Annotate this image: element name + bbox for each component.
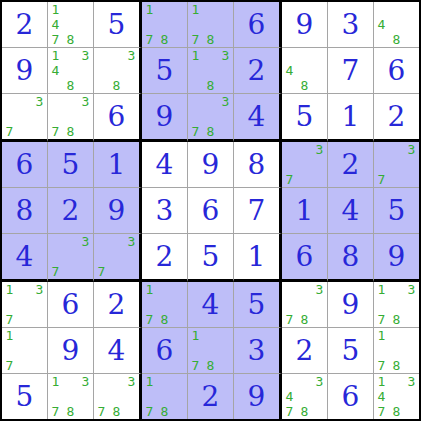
candidate-7: 7 — [142, 312, 157, 327]
candidate-8: 8 — [389, 32, 404, 47]
cell-r4c1[interactable]: 6 — [2, 142, 48, 188]
cell-value: 6 — [2, 142, 47, 187]
cell-value: 4 — [188, 282, 233, 327]
candidate-grid: 1378 — [48, 374, 93, 419]
cell-r5c9[interactable]: 5 — [374, 188, 419, 234]
cell-r7c2[interactable]: 6 — [48, 282, 94, 328]
cell-value: 5 — [188, 234, 233, 279]
cell-r6c5[interactable]: 5 — [188, 234, 234, 282]
cell-r1c9[interactable]: 48 — [374, 2, 419, 48]
cell-r8c4[interactable]: 6 — [142, 328, 188, 374]
cell-value: 6 — [48, 282, 93, 327]
candidate-grid: 13478 — [374, 374, 419, 419]
cell-r3c9[interactable]: 2 — [374, 94, 419, 142]
candidate-grid: 178 — [142, 282, 187, 327]
candidate-7: 7 — [188, 124, 203, 139]
cell-r9c6[interactable]: 9 — [234, 374, 282, 419]
cell-value: 5 — [328, 328, 373, 373]
cell-value: 5 — [94, 2, 139, 47]
candidate-3: 3 — [404, 142, 419, 157]
candidate-7: 7 — [2, 358, 17, 373]
candidate-7: 7 — [374, 312, 389, 327]
cell-r8c1[interactable]: 17 — [2, 328, 48, 374]
cell-r3c4[interactable]: 9 — [142, 94, 188, 142]
candidate-7: 7 — [48, 124, 63, 139]
cell-value: 9 — [142, 94, 187, 139]
candidate-3: 3 — [404, 374, 419, 389]
cell-r1c5[interactable]: 178 — [188, 2, 234, 48]
candidate-1: 1 — [188, 48, 203, 63]
candidate-grid: 137 — [2, 282, 47, 327]
candidate-grid: 378 — [188, 94, 233, 139]
candidate-4: 4 — [374, 17, 389, 32]
candidate-3: 3 — [124, 234, 139, 249]
candidate-3: 3 — [312, 374, 327, 389]
cell-r3c5[interactable]: 378 — [188, 94, 234, 142]
cell-r8c6[interactable]: 3 — [234, 328, 282, 374]
cell-value: 2 — [188, 374, 233, 419]
candidate-7: 7 — [282, 172, 297, 187]
cell-value: 2 — [142, 234, 187, 279]
candidate-grid: 48 — [282, 48, 327, 93]
candidate-grid: 37 — [94, 234, 139, 279]
cell-r2c9[interactable]: 6 — [374, 48, 419, 94]
cell-value: 9 — [2, 48, 47, 93]
cell-r2c7[interactable]: 48 — [282, 48, 328, 94]
candidate-8: 8 — [203, 32, 218, 47]
cell-r4c8[interactable]: 2 — [328, 142, 374, 188]
cell-r2c5[interactable]: 138 — [188, 48, 234, 94]
cell-r9c7[interactable]: 3478 — [282, 374, 328, 419]
cell-r4c3[interactable]: 1 — [94, 142, 142, 188]
candidate-3: 3 — [218, 94, 233, 109]
cell-r3c3[interactable]: 6 — [94, 94, 142, 142]
candidate-grid: 37 — [2, 94, 47, 139]
cell-r5c6[interactable]: 7 — [234, 188, 282, 234]
candidate-grid: 37 — [282, 142, 327, 187]
cell-r9c3[interactable]: 378 — [94, 374, 142, 419]
cell-value: 5 — [142, 48, 187, 93]
cell-r5c4[interactable]: 3 — [142, 188, 188, 234]
cell-r7c9[interactable]: 1378 — [374, 282, 419, 328]
candidate-grid: 178 — [188, 328, 233, 373]
cell-r8c2[interactable]: 9 — [48, 328, 94, 374]
cell-value: 6 — [94, 94, 139, 139]
candidate-grid: 37 — [48, 234, 93, 279]
candidate-8: 8 — [63, 32, 78, 47]
cell-r9c9[interactable]: 13478 — [374, 374, 419, 419]
cell-value: 5 — [282, 94, 327, 139]
cell-value: 9 — [94, 188, 139, 233]
sudoku-board: 2147851781786934891348385138248763737869… — [0, 0, 421, 421]
candidate-7: 7 — [142, 32, 157, 47]
cell-value: 7 — [234, 188, 279, 233]
candidate-4: 4 — [282, 63, 297, 78]
candidate-8: 8 — [63, 124, 78, 139]
cell-value: 8 — [328, 234, 373, 279]
cell-r9c5[interactable]: 2 — [188, 374, 234, 419]
cell-r8c3[interactable]: 4 — [94, 328, 142, 374]
cell-r5c5[interactable]: 6 — [188, 188, 234, 234]
candidate-7: 7 — [2, 124, 17, 139]
candidate-1: 1 — [48, 2, 63, 17]
candidate-1: 1 — [48, 374, 63, 389]
candidate-7: 7 — [48, 404, 63, 419]
cell-r4c7[interactable]: 37 — [282, 142, 328, 188]
cell-value: 2 — [2, 2, 47, 47]
candidate-1: 1 — [2, 328, 17, 343]
candidate-grid: 48 — [374, 2, 419, 47]
cell-r1c6[interactable]: 6 — [234, 2, 282, 48]
cell-value: 4 — [94, 328, 139, 373]
candidate-grid: 178 — [374, 328, 419, 373]
candidate-8: 8 — [109, 78, 124, 93]
cell-value: 3 — [142, 188, 187, 233]
candidate-8: 8 — [109, 404, 124, 419]
cell-value: 9 — [48, 328, 93, 373]
cell-r5c8[interactable]: 4 — [328, 188, 374, 234]
cell-r8c7[interactable]: 2 — [282, 328, 328, 374]
candidate-3: 3 — [78, 374, 93, 389]
candidate-8: 8 — [389, 404, 404, 419]
cell-value: 2 — [94, 282, 139, 327]
cell-value: 6 — [188, 188, 233, 233]
candidate-8: 8 — [203, 124, 218, 139]
candidate-7: 7 — [142, 404, 157, 419]
cell-r4c9[interactable]: 37 — [374, 142, 419, 188]
cell-r9c2[interactable]: 1378 — [48, 374, 94, 419]
cell-r5c1[interactable]: 8 — [2, 188, 48, 234]
candidate-7: 7 — [188, 32, 203, 47]
cell-r3c2[interactable]: 378 — [48, 94, 94, 142]
cell-r7c5[interactable]: 4 — [188, 282, 234, 328]
cell-r8c8[interactable]: 5 — [328, 328, 374, 374]
cell-r6c3[interactable]: 37 — [94, 234, 142, 282]
candidate-3: 3 — [218, 48, 233, 63]
candidate-8: 8 — [389, 358, 404, 373]
cell-r5c2[interactable]: 2 — [48, 188, 94, 234]
candidate-grid: 37 — [374, 142, 419, 187]
candidate-8: 8 — [63, 404, 78, 419]
cell-value: 4 — [328, 188, 373, 233]
cell-r7c4[interactable]: 178 — [142, 282, 188, 328]
candidate-4: 4 — [48, 63, 63, 78]
candidate-1: 1 — [374, 374, 389, 389]
candidate-8: 8 — [157, 312, 172, 327]
candidate-1: 1 — [142, 374, 157, 389]
candidate-3: 3 — [78, 48, 93, 63]
cell-value: 5 — [2, 374, 47, 419]
candidate-grid: 378 — [282, 282, 327, 327]
cell-r2c4[interactable]: 5 — [142, 48, 188, 94]
candidate-8: 8 — [203, 78, 218, 93]
cell-r4c5[interactable]: 9 — [188, 142, 234, 188]
candidate-7: 7 — [374, 404, 389, 419]
cell-r9c4[interactable]: 178 — [142, 374, 188, 419]
candidate-1: 1 — [48, 48, 63, 63]
cell-r2c2[interactable]: 1348 — [48, 48, 94, 94]
cell-r3c8[interactable]: 1 — [328, 94, 374, 142]
candidate-3: 3 — [312, 142, 327, 157]
cell-value: 4 — [2, 234, 47, 279]
candidate-grid: 138 — [188, 48, 233, 93]
cell-r6c7[interactable]: 6 — [282, 234, 328, 282]
candidate-grid: 17 — [2, 328, 47, 373]
cell-value: 1 — [94, 142, 139, 187]
cell-r8c9[interactable]: 178 — [374, 328, 419, 374]
cell-r7c3[interactable]: 2 — [94, 282, 142, 328]
cell-value: 9 — [328, 282, 373, 327]
candidate-3: 3 — [124, 374, 139, 389]
cell-r2c3[interactable]: 38 — [94, 48, 142, 94]
cell-value: 2 — [48, 188, 93, 233]
cell-r3c6[interactable]: 4 — [234, 94, 282, 142]
candidate-3: 3 — [404, 282, 419, 297]
cell-value: 8 — [234, 142, 279, 187]
candidate-7: 7 — [2, 312, 17, 327]
cell-r9c8[interactable]: 6 — [328, 374, 374, 419]
cell-value: 5 — [48, 142, 93, 187]
cell-value: 5 — [374, 188, 419, 233]
candidate-grid: 178 — [142, 2, 187, 47]
cell-value: 2 — [282, 328, 327, 373]
cell-r1c3[interactable]: 5 — [94, 2, 142, 48]
candidate-8: 8 — [297, 312, 312, 327]
cell-value: 8 — [2, 188, 47, 233]
cell-r1c1[interactable]: 2 — [2, 2, 48, 48]
cell-value: 2 — [234, 48, 279, 93]
candidate-1: 1 — [142, 282, 157, 297]
cell-r1c2[interactable]: 1478 — [48, 2, 94, 48]
candidate-8: 8 — [203, 358, 218, 373]
candidate-8: 8 — [389, 312, 404, 327]
cell-value: 1 — [328, 94, 373, 139]
candidate-grid: 378 — [48, 94, 93, 139]
candidate-grid: 38 — [94, 48, 139, 93]
cell-value: 4 — [234, 94, 279, 139]
candidate-4: 4 — [48, 17, 63, 32]
cell-r1c7[interactable]: 9 — [282, 2, 328, 48]
candidate-grid: 178 — [188, 2, 233, 47]
candidate-7: 7 — [374, 172, 389, 187]
candidate-7: 7 — [94, 404, 109, 419]
candidate-4: 4 — [374, 389, 389, 404]
candidate-1: 1 — [188, 328, 203, 343]
cell-value: 5 — [234, 282, 279, 327]
candidate-8: 8 — [157, 32, 172, 47]
cell-r7c8[interactable]: 9 — [328, 282, 374, 328]
candidate-3: 3 — [32, 282, 47, 297]
cell-r6c9[interactable]: 9 — [374, 234, 419, 282]
cell-r8c5[interactable]: 178 — [188, 328, 234, 374]
candidate-3: 3 — [32, 94, 47, 109]
candidate-3: 3 — [312, 282, 327, 297]
candidate-8: 8 — [63, 78, 78, 93]
cell-value: 7 — [328, 48, 373, 93]
cell-r4c6[interactable]: 8 — [234, 142, 282, 188]
cell-r7c7[interactable]: 378 — [282, 282, 328, 328]
cell-r9c1[interactable]: 5 — [2, 374, 48, 419]
candidate-1: 1 — [188, 2, 203, 17]
cell-r1c8[interactable]: 3 — [328, 2, 374, 48]
cell-r5c7[interactable]: 1 — [282, 188, 328, 234]
candidate-7: 7 — [48, 264, 63, 279]
cell-value: 9 — [282, 2, 327, 47]
cell-r6c1[interactable]: 4 — [2, 234, 48, 282]
candidate-grid: 178 — [142, 374, 187, 419]
cell-r2c1[interactable]: 9 — [2, 48, 48, 94]
candidate-1: 1 — [374, 328, 389, 343]
cell-r7c6[interactable]: 5 — [234, 282, 282, 328]
cell-r3c1[interactable]: 37 — [2, 94, 48, 142]
candidate-7: 7 — [374, 358, 389, 373]
cell-r1c4[interactable]: 178 — [142, 2, 188, 48]
cell-value: 3 — [328, 2, 373, 47]
cell-r6c6[interactable]: 1 — [234, 234, 282, 282]
cell-value: 9 — [234, 374, 279, 419]
cell-value: 6 — [374, 48, 419, 93]
candidate-8: 8 — [297, 404, 312, 419]
candidate-7: 7 — [282, 312, 297, 327]
cell-value: 3 — [234, 328, 279, 373]
candidate-7: 7 — [188, 358, 203, 373]
cell-r6c2[interactable]: 37 — [48, 234, 94, 282]
cell-value: 6 — [328, 374, 373, 419]
candidate-3: 3 — [78, 94, 93, 109]
cell-r4c4[interactable]: 4 — [142, 142, 188, 188]
cell-r3c7[interactable]: 5 — [282, 94, 328, 142]
candidate-1: 1 — [142, 2, 157, 17]
cell-value: 6 — [142, 328, 187, 373]
cell-r2c6[interactable]: 2 — [234, 48, 282, 94]
candidate-8: 8 — [157, 404, 172, 419]
candidate-3: 3 — [78, 234, 93, 249]
cell-value: 6 — [282, 234, 327, 279]
cell-r5c3[interactable]: 9 — [94, 188, 142, 234]
candidate-8: 8 — [297, 78, 312, 93]
cell-value: 1 — [282, 188, 327, 233]
candidate-3: 3 — [124, 48, 139, 63]
cell-r6c4[interactable]: 2 — [142, 234, 188, 282]
candidate-grid: 1478 — [48, 2, 93, 47]
cell-value: 9 — [374, 234, 419, 279]
candidate-grid: 1378 — [374, 282, 419, 327]
cell-r2c8[interactable]: 7 — [328, 48, 374, 94]
cell-r7c1[interactable]: 137 — [2, 282, 48, 328]
candidate-1: 1 — [374, 282, 389, 297]
candidate-1: 1 — [2, 282, 17, 297]
cell-value: 9 — [188, 142, 233, 187]
candidate-grid: 1348 — [48, 48, 93, 93]
candidate-grid: 3478 — [282, 374, 327, 419]
cell-value: 6 — [234, 2, 279, 47]
cell-value: 1 — [234, 234, 279, 279]
candidate-4: 4 — [282, 389, 297, 404]
candidate-7: 7 — [282, 404, 297, 419]
cell-r6c8[interactable]: 8 — [328, 234, 374, 282]
candidate-7: 7 — [48, 32, 63, 47]
cell-r4c2[interactable]: 5 — [48, 142, 94, 188]
cell-value: 4 — [142, 142, 187, 187]
candidate-7: 7 — [94, 264, 109, 279]
cell-value: 2 — [374, 94, 419, 139]
candidate-grid: 378 — [94, 374, 139, 419]
cell-value: 2 — [328, 142, 373, 187]
